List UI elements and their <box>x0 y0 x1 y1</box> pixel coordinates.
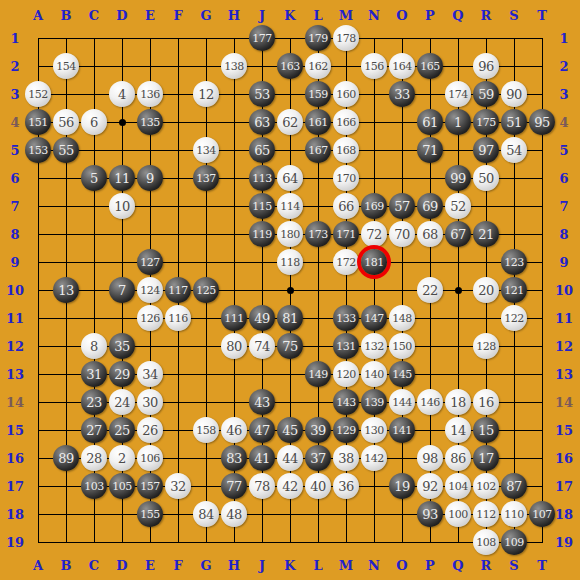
move-number: 126 <box>140 313 160 324</box>
move-number: 174 <box>448 89 468 100</box>
move-number: 162 <box>308 61 328 72</box>
stone-L16: 37 <box>305 445 331 471</box>
stone-M7: 66 <box>333 193 359 219</box>
move-number: 105 <box>112 481 132 492</box>
move-number: 75 <box>282 340 298 353</box>
stone-P10: 22 <box>417 277 443 303</box>
stone-H15: 46 <box>221 417 247 443</box>
stone-M8: 171 <box>333 221 359 247</box>
stone-C15: 27 <box>81 417 107 443</box>
stone-P8: 68 <box>417 221 443 247</box>
move-number: 124 <box>140 285 160 296</box>
move-number: 72 <box>366 228 382 241</box>
move-number: 148 <box>392 313 412 324</box>
stone-R5: 97 <box>473 137 499 163</box>
stone-R4: 175 <box>473 109 499 135</box>
stone-Q14: 18 <box>445 389 471 415</box>
stone-C13: 31 <box>81 361 107 387</box>
move-number: 50 <box>478 172 494 185</box>
stone-K11: 81 <box>277 305 303 331</box>
move-number: 136 <box>140 89 160 100</box>
move-number: 6 <box>90 116 98 129</box>
move-number: 167 <box>308 145 328 156</box>
stone-M15: 129 <box>333 417 359 443</box>
move-number: 63 <box>254 116 270 129</box>
move-number: 102 <box>476 481 496 492</box>
stone-P17: 92 <box>417 473 443 499</box>
stone-S11: 122 <box>501 305 527 331</box>
stone-B5: 55 <box>53 137 79 163</box>
stone-D13: 29 <box>109 361 135 387</box>
stone-J16: 41 <box>249 445 275 471</box>
move-number: 154 <box>56 61 76 72</box>
move-number: 156 <box>364 61 384 72</box>
move-number: 131 <box>336 341 356 352</box>
move-number: 17 <box>478 452 494 465</box>
move-number: 171 <box>336 229 356 240</box>
move-number: 113 <box>252 173 272 184</box>
move-number: 67 <box>450 228 466 241</box>
stone-P14: 146 <box>417 389 443 415</box>
move-number: 31 <box>86 368 102 381</box>
stone-J3: 53 <box>249 81 275 107</box>
stone-L2: 162 <box>305 53 331 79</box>
move-number: 59 <box>478 88 494 101</box>
move-number: 38 <box>338 452 354 465</box>
move-number: 32 <box>170 480 186 493</box>
move-number: 30 <box>142 396 158 409</box>
move-number: 18 <box>450 396 466 409</box>
stone-R12: 128 <box>473 333 499 359</box>
move-number: 170 <box>336 173 356 184</box>
move-number: 41 <box>254 452 270 465</box>
move-number: 56 <box>58 116 74 129</box>
move-number: 165 <box>420 61 440 72</box>
stone-L5: 167 <box>305 137 331 163</box>
stone-grid: 1245678910111213141516171819202122232425… <box>24 24 556 556</box>
move-number: 145 <box>392 369 412 380</box>
move-number: 16 <box>478 396 494 409</box>
move-number: 163 <box>280 61 300 72</box>
stone-E6: 9 <box>137 165 163 191</box>
move-number: 172 <box>336 257 356 268</box>
move-number: 99 <box>450 172 466 185</box>
stone-P4: 61 <box>417 109 443 135</box>
stone-D12: 35 <box>109 333 135 359</box>
stone-E3: 136 <box>137 81 163 107</box>
move-number: 100 <box>448 509 468 520</box>
move-number: 19 <box>394 480 410 493</box>
move-number: 106 <box>140 453 160 464</box>
move-number: 168 <box>336 145 356 156</box>
stone-Q15: 14 <box>445 417 471 443</box>
move-number: 64 <box>282 172 298 185</box>
move-number: 15 <box>478 424 494 437</box>
stone-K17: 42 <box>277 473 303 499</box>
stone-L4: 161 <box>305 109 331 135</box>
stone-D10: 7 <box>109 277 135 303</box>
stone-L15: 39 <box>305 417 331 443</box>
move-number: 152 <box>28 89 48 100</box>
move-number: 48 <box>226 508 242 521</box>
move-number: 43 <box>254 396 270 409</box>
stone-R2: 96 <box>473 53 499 79</box>
stone-D7: 10 <box>109 193 135 219</box>
move-number: 130 <box>364 425 384 436</box>
move-number: 95 <box>534 116 550 129</box>
stone-Q7: 52 <box>445 193 471 219</box>
move-number: 161 <box>308 117 328 128</box>
stone-N9: 181 <box>361 249 387 275</box>
stone-G18: 84 <box>193 501 219 527</box>
stone-Q3: 174 <box>445 81 471 107</box>
move-number: 74 <box>254 340 270 353</box>
stone-J11: 49 <box>249 305 275 331</box>
move-number: 147 <box>364 313 384 324</box>
move-number: 25 <box>114 424 130 437</box>
move-number: 121 <box>504 285 524 296</box>
stone-S9: 123 <box>501 249 527 275</box>
stone-F17: 32 <box>165 473 191 499</box>
stone-K15: 45 <box>277 417 303 443</box>
move-number: 51 <box>506 116 522 129</box>
move-number: 160 <box>336 89 356 100</box>
stone-P2: 165 <box>417 53 443 79</box>
move-number: 46 <box>226 424 242 437</box>
move-number: 137 <box>196 173 216 184</box>
move-number: 143 <box>336 397 356 408</box>
stone-N7: 169 <box>361 193 387 219</box>
move-number: 104 <box>448 481 468 492</box>
stone-J7: 115 <box>249 193 275 219</box>
move-number: 66 <box>338 200 354 213</box>
stone-D17: 105 <box>109 473 135 499</box>
move-number: 37 <box>310 452 326 465</box>
stone-C4: 6 <box>81 109 107 135</box>
stone-K12: 75 <box>277 333 303 359</box>
move-number: 28 <box>86 452 102 465</box>
move-number: 8 <box>90 340 98 353</box>
stone-R16: 17 <box>473 445 499 471</box>
stone-E18: 155 <box>137 501 163 527</box>
stone-P16: 98 <box>417 445 443 471</box>
stone-R18: 112 <box>473 501 499 527</box>
move-number: 107 <box>532 509 552 520</box>
stone-F10: 117 <box>165 277 191 303</box>
stone-C12: 8 <box>81 333 107 359</box>
move-number: 144 <box>392 397 412 408</box>
stone-O13: 145 <box>389 361 415 387</box>
stone-Q18: 100 <box>445 501 471 527</box>
stone-M6: 170 <box>333 165 359 191</box>
move-number: 33 <box>394 88 410 101</box>
move-number: 40 <box>310 480 326 493</box>
move-number: 128 <box>476 341 496 352</box>
stone-K6: 64 <box>277 165 303 191</box>
move-number: 157 <box>140 481 160 492</box>
move-number: 84 <box>198 508 214 521</box>
star-point-D4 <box>119 119 126 126</box>
move-number: 47 <box>254 424 270 437</box>
move-number: 21 <box>478 228 494 241</box>
stone-G5: 134 <box>193 137 219 163</box>
move-number: 87 <box>506 480 522 493</box>
move-number: 89 <box>58 452 74 465</box>
stone-T18: 107 <box>529 501 555 527</box>
stone-M3: 160 <box>333 81 359 107</box>
stone-O14: 144 <box>389 389 415 415</box>
stone-J8: 119 <box>249 221 275 247</box>
stone-A3: 152 <box>25 81 51 107</box>
stone-Q17: 104 <box>445 473 471 499</box>
stone-C14: 23 <box>81 389 107 415</box>
stone-J15: 47 <box>249 417 275 443</box>
stone-E4: 135 <box>137 109 163 135</box>
move-number: 81 <box>282 312 298 325</box>
stone-L13: 149 <box>305 361 331 387</box>
stone-B16: 89 <box>53 445 79 471</box>
move-number: 24 <box>114 396 130 409</box>
star-point-K10 <box>287 287 294 294</box>
stone-M9: 172 <box>333 249 359 275</box>
move-number: 119 <box>252 229 272 240</box>
stone-M11: 133 <box>333 305 359 331</box>
move-number: 169 <box>364 201 384 212</box>
move-number: 103 <box>84 481 104 492</box>
move-number: 135 <box>140 117 160 128</box>
stone-O15: 141 <box>389 417 415 443</box>
stone-T4: 95 <box>529 109 555 135</box>
move-number: 90 <box>506 88 522 101</box>
move-number: 139 <box>364 397 384 408</box>
move-number: 155 <box>140 509 160 520</box>
stone-J5: 65 <box>249 137 275 163</box>
stone-E9: 127 <box>137 249 163 275</box>
move-number: 53 <box>254 88 270 101</box>
move-number: 114 <box>280 201 300 212</box>
move-number: 12 <box>198 88 214 101</box>
move-number: 140 <box>364 369 384 380</box>
stone-R6: 50 <box>473 165 499 191</box>
move-number: 14 <box>450 424 466 437</box>
stone-R15: 15 <box>473 417 499 443</box>
stone-J14: 43 <box>249 389 275 415</box>
move-number: 62 <box>282 116 298 129</box>
stone-H12: 80 <box>221 333 247 359</box>
go-board: ABCDEFGHJKLMNOPQRST ABCDEFGHJKLMNOPQRST … <box>0 0 580 580</box>
stone-M12: 131 <box>333 333 359 359</box>
move-number: 158 <box>196 425 216 436</box>
stone-H16: 83 <box>221 445 247 471</box>
move-number: 180 <box>280 229 300 240</box>
stone-O17: 19 <box>389 473 415 499</box>
move-number: 177 <box>252 33 272 44</box>
move-number: 68 <box>422 228 438 241</box>
stone-D16: 2 <box>109 445 135 471</box>
move-number: 149 <box>308 369 328 380</box>
stone-L1: 179 <box>305 25 331 51</box>
stone-R17: 102 <box>473 473 499 499</box>
stone-E11: 126 <box>137 305 163 331</box>
move-number: 123 <box>504 257 524 268</box>
stone-A4: 151 <box>25 109 51 135</box>
move-number: 80 <box>226 340 242 353</box>
stone-N2: 156 <box>361 53 387 79</box>
move-number: 69 <box>422 200 438 213</box>
stone-N13: 140 <box>361 361 387 387</box>
stone-H2: 138 <box>221 53 247 79</box>
stone-K7: 114 <box>277 193 303 219</box>
move-number: 13 <box>58 284 74 297</box>
stone-O12: 150 <box>389 333 415 359</box>
move-number: 52 <box>450 200 466 213</box>
move-number: 77 <box>226 480 242 493</box>
stone-J17: 78 <box>249 473 275 499</box>
move-number: 111 <box>224 313 244 324</box>
stone-M14: 143 <box>333 389 359 415</box>
stone-J6: 113 <box>249 165 275 191</box>
move-number: 5 <box>90 172 98 185</box>
move-number: 141 <box>392 425 412 436</box>
move-number: 61 <box>422 116 438 129</box>
stone-M1: 178 <box>333 25 359 51</box>
stone-O8: 70 <box>389 221 415 247</box>
move-number: 181 <box>364 257 384 268</box>
move-number: 22 <box>422 284 438 297</box>
move-number: 71 <box>422 144 438 157</box>
move-number: 117 <box>168 285 188 296</box>
stone-K4: 62 <box>277 109 303 135</box>
stone-C6: 5 <box>81 165 107 191</box>
move-number: 150 <box>392 341 412 352</box>
stone-O11: 148 <box>389 305 415 331</box>
move-number: 10 <box>114 200 130 213</box>
move-number: 118 <box>280 257 300 268</box>
stone-S3: 90 <box>501 81 527 107</box>
move-number: 133 <box>336 313 356 324</box>
move-number: 36 <box>338 480 354 493</box>
move-number: 96 <box>478 60 494 73</box>
stone-O3: 33 <box>389 81 415 107</box>
move-number: 86 <box>450 452 466 465</box>
stone-O7: 57 <box>389 193 415 219</box>
move-number: 55 <box>58 144 74 157</box>
move-number: 115 <box>252 201 272 212</box>
stone-E14: 30 <box>137 389 163 415</box>
stone-D6: 11 <box>109 165 135 191</box>
move-number: 175 <box>476 117 496 128</box>
stone-N8: 72 <box>361 221 387 247</box>
move-number: 9 <box>146 172 154 185</box>
move-number: 110 <box>504 509 524 520</box>
move-number: 120 <box>336 369 356 380</box>
move-number: 146 <box>420 397 440 408</box>
move-number: 1 <box>454 116 462 129</box>
move-number: 97 <box>478 144 494 157</box>
stone-F11: 116 <box>165 305 191 331</box>
stone-G15: 158 <box>193 417 219 443</box>
move-number: 26 <box>142 424 158 437</box>
stone-L17: 40 <box>305 473 331 499</box>
stone-A5: 153 <box>25 137 51 163</box>
move-number: 132 <box>364 341 384 352</box>
move-number: 142 <box>364 453 384 464</box>
stone-R3: 59 <box>473 81 499 107</box>
move-number: 125 <box>196 285 216 296</box>
stone-K16: 44 <box>277 445 303 471</box>
stone-M13: 120 <box>333 361 359 387</box>
stone-E10: 124 <box>137 277 163 303</box>
stone-S4: 51 <box>501 109 527 135</box>
move-number: 23 <box>86 396 102 409</box>
stone-M5: 168 <box>333 137 359 163</box>
stone-O2: 164 <box>389 53 415 79</box>
stone-K9: 118 <box>277 249 303 275</box>
move-number: 122 <box>504 313 524 324</box>
stone-S10: 121 <box>501 277 527 303</box>
move-number: 166 <box>336 117 356 128</box>
move-number: 54 <box>506 144 522 157</box>
move-number: 2 <box>118 452 126 465</box>
move-number: 179 <box>308 33 328 44</box>
stone-N12: 132 <box>361 333 387 359</box>
move-number: 20 <box>478 284 494 297</box>
stone-C16: 28 <box>81 445 107 471</box>
stone-E15: 26 <box>137 417 163 443</box>
stone-D3: 4 <box>109 81 135 107</box>
stone-K8: 180 <box>277 221 303 247</box>
stone-R10: 20 <box>473 277 499 303</box>
move-number: 44 <box>282 452 298 465</box>
stone-S18: 110 <box>501 501 527 527</box>
move-number: 45 <box>282 424 298 437</box>
stone-S19: 109 <box>501 529 527 555</box>
move-number: 57 <box>394 200 410 213</box>
stone-N15: 130 <box>361 417 387 443</box>
move-number: 178 <box>336 33 356 44</box>
stone-R19: 108 <box>473 529 499 555</box>
stone-Q16: 86 <box>445 445 471 471</box>
stone-C17: 103 <box>81 473 107 499</box>
stone-H11: 111 <box>221 305 247 331</box>
stone-N11: 147 <box>361 305 387 331</box>
stone-R14: 16 <box>473 389 499 415</box>
stone-L3: 159 <box>305 81 331 107</box>
move-number: 70 <box>394 228 410 241</box>
move-number: 112 <box>476 509 496 520</box>
stone-K2: 163 <box>277 53 303 79</box>
move-number: 83 <box>226 452 242 465</box>
move-number: 42 <box>282 480 298 493</box>
stone-P18: 93 <box>417 501 443 527</box>
stone-B10: 13 <box>53 277 79 303</box>
move-number: 4 <box>118 88 126 101</box>
move-number: 98 <box>422 452 438 465</box>
stone-P5: 71 <box>417 137 443 163</box>
move-number: 153 <box>28 145 48 156</box>
move-number: 129 <box>336 425 356 436</box>
stone-B4: 56 <box>53 109 79 135</box>
move-number: 151 <box>28 117 48 128</box>
stone-D15: 25 <box>109 417 135 443</box>
stone-M4: 166 <box>333 109 359 135</box>
stone-J4: 63 <box>249 109 275 135</box>
stone-H18: 48 <box>221 501 247 527</box>
stone-N14: 139 <box>361 389 387 415</box>
stone-E17: 157 <box>137 473 163 499</box>
move-number: 116 <box>168 313 188 324</box>
stone-G10: 125 <box>193 277 219 303</box>
